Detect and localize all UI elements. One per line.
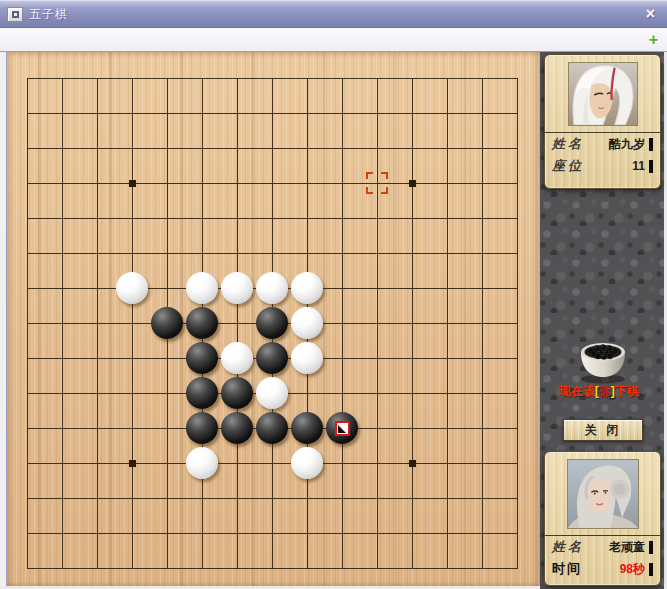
- time-row: 时间 98秒: [545, 558, 660, 580]
- name-label: 姓名: [552, 538, 584, 556]
- name-value: 老顽童: [609, 539, 645, 556]
- turn-dots: ..: [639, 384, 646, 398]
- field-bar: [649, 138, 653, 151]
- white-stone: [256, 272, 288, 304]
- black-stone: [256, 307, 288, 339]
- side-panel: 姓名 酷九岁 座位 11: [540, 52, 667, 589]
- bottom-player-card: 姓名 老顽童 时间 98秒: [544, 451, 661, 586]
- star-point: [409, 460, 416, 467]
- white-stone: [221, 342, 253, 374]
- black-stone: [151, 307, 183, 339]
- window-title: 五子棋: [29, 6, 641, 23]
- add-icon[interactable]: +: [649, 33, 658, 47]
- time-label: 时间: [552, 560, 582, 578]
- top-player-avatar: [568, 62, 638, 126]
- main-area: 姓名 酷九岁 座位 11: [0, 52, 667, 589]
- grid-line-h: [27, 533, 518, 534]
- grid-line-v: [447, 78, 448, 569]
- stone-bowl-icon: [573, 332, 633, 384]
- seat-label: 座位: [552, 157, 584, 175]
- star-point: [409, 180, 416, 187]
- last-move-marker: [335, 421, 350, 436]
- toolbar: +: [0, 28, 667, 52]
- black-stone: [186, 307, 218, 339]
- grid-line-h: [27, 568, 518, 569]
- cursor-marker: [366, 172, 388, 194]
- grid-line-v: [482, 78, 483, 569]
- seat-row: 座位 11: [545, 155, 660, 177]
- white-stone: [221, 272, 253, 304]
- last-move-glyph: [338, 425, 346, 433]
- white-stone: [186, 272, 218, 304]
- name-row: 姓名 酷九岁: [545, 133, 660, 155]
- window-icon-glyph: [12, 11, 19, 18]
- star-point: [129, 460, 136, 467]
- cursor-corner: [366, 187, 373, 194]
- cursor-corner: [381, 172, 388, 179]
- name-value: 酷九岁: [609, 136, 645, 153]
- field-bar: [649, 541, 653, 554]
- turn-text: 现在该: [559, 384, 595, 398]
- white-stone: [291, 447, 323, 479]
- white-stone: [291, 342, 323, 374]
- black-stone: [186, 412, 218, 444]
- name-row: 姓名 老顽童: [545, 536, 660, 558]
- black-stone: [291, 412, 323, 444]
- close-icon[interactable]: ×: [641, 6, 660, 22]
- grid-line-v: [412, 78, 413, 569]
- gomoku-window: 五子棋 × +: [0, 0, 667, 589]
- grid-line-h: [27, 498, 518, 499]
- white-stone: [256, 377, 288, 409]
- black-stone: [256, 342, 288, 374]
- black-stone: [221, 377, 253, 409]
- black-stone: [256, 412, 288, 444]
- bottom-player-avatar: [567, 459, 639, 529]
- time-value: 98秒: [620, 561, 645, 578]
- grid-line-v: [342, 78, 343, 569]
- black-stone: [186, 342, 218, 374]
- name-label: 姓名: [552, 135, 584, 153]
- close-game-button[interactable]: 关 闭: [563, 419, 643, 441]
- cursor-corner: [366, 172, 373, 179]
- seat-value: 11: [632, 159, 645, 173]
- grid-line-v: [517, 78, 518, 569]
- cursor-corner: [381, 187, 388, 194]
- black-stone: [221, 412, 253, 444]
- system-menu-icon[interactable]: [7, 7, 23, 22]
- white-stone: [291, 272, 323, 304]
- white-stone: [291, 307, 323, 339]
- top-player-card: 姓名 酷九岁 座位 11: [544, 54, 661, 189]
- field-bar: [649, 160, 653, 173]
- white-stone: [116, 272, 148, 304]
- grid-line-v: [377, 78, 378, 569]
- grid-line-h: [27, 463, 518, 464]
- white-stone: [186, 447, 218, 479]
- titlebar: 五子棋 ×: [0, 0, 667, 28]
- turn-subject: 你: [599, 384, 611, 398]
- star-point: [129, 180, 136, 187]
- turn-indicator: 现在该[你]下棋..: [540, 383, 664, 400]
- turn-text-suffix: 下棋: [615, 384, 639, 398]
- black-stone: [186, 377, 218, 409]
- field-bar: [649, 563, 653, 576]
- gomoku-board[interactable]: [6, 52, 540, 586]
